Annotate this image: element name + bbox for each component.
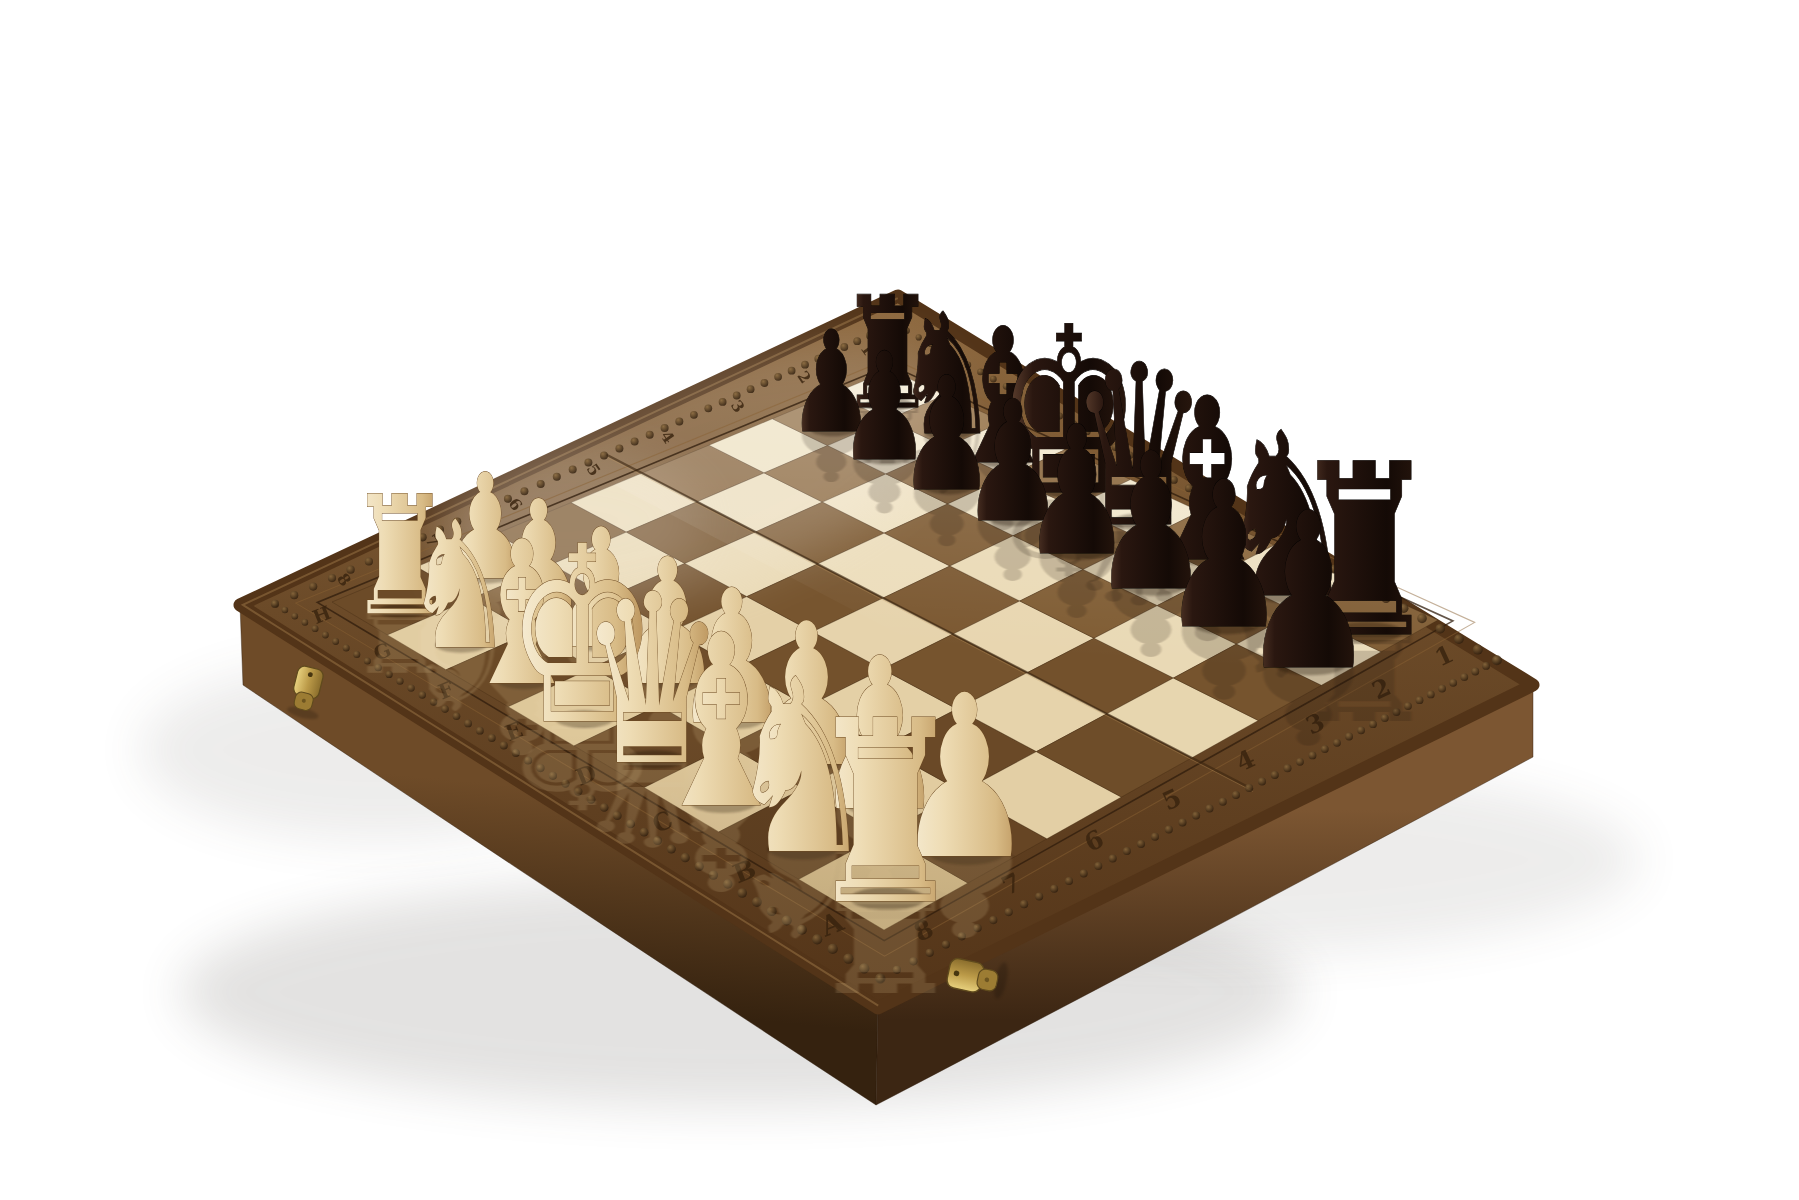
border-bead [1050, 885, 1058, 893]
border-bead [1065, 877, 1073, 885]
border-bead [761, 379, 769, 387]
border-bead [719, 398, 727, 406]
border-bead [1080, 869, 1088, 877]
chessboard-photo: HGFEDCBA8765432187654321♜♜♟♟♞♞♟♟♝♝♟♟♚♚♟♟… [0, 0, 1799, 1200]
border-bead [690, 411, 698, 419]
scene: HGFEDCBA8765432187654321♜♜♟♟♞♞♟♟♝♝♟♟♚♚♟♟… [0, 0, 1799, 1200]
border-bead [1137, 840, 1145, 848]
border-bead [290, 591, 298, 599]
border-bead [1258, 778, 1266, 786]
border-bead [1165, 826, 1173, 834]
border-bead [1271, 771, 1279, 779]
border-bead [1094, 862, 1102, 870]
border-bead [747, 385, 755, 393]
border-bead [704, 404, 712, 412]
border-bead [309, 583, 317, 591]
border-bead [1473, 645, 1483, 655]
border-bead [1179, 818, 1187, 826]
border-bead [1482, 662, 1490, 670]
piece-white-rook-a8[interactable]: ♜ [807, 667, 965, 960]
border-bead [1123, 847, 1131, 855]
border-bead [1454, 634, 1464, 644]
piece-black-pawn-a2[interactable]: ♟ [1241, 466, 1377, 717]
border-bead [1206, 805, 1214, 813]
border-bead [600, 451, 608, 459]
border-bead [1151, 833, 1159, 841]
border-bead [1471, 668, 1479, 676]
border-bead [1492, 655, 1502, 665]
border-bead [1109, 855, 1117, 863]
border-bead [292, 613, 299, 620]
border-bead [631, 438, 639, 446]
border-bead [774, 373, 782, 381]
border-bead [1438, 685, 1446, 693]
border-bead [1035, 892, 1043, 900]
border-bead [675, 417, 683, 425]
border-bead [1449, 679, 1457, 687]
border-bead [302, 619, 309, 626]
border-bead [1192, 812, 1200, 820]
border-bead [271, 600, 279, 608]
border-bead [332, 638, 339, 645]
border-bead [1460, 673, 1468, 681]
border-bead [1245, 784, 1253, 792]
border-bead [322, 632, 329, 639]
border-bead [615, 444, 623, 452]
border-bead [1232, 791, 1240, 799]
border-bead [1219, 798, 1227, 806]
border-bead [282, 607, 289, 614]
border-bead [646, 431, 654, 439]
